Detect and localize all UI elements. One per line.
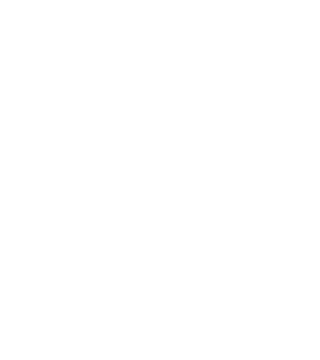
- chess-board[interactable]: [0, 17, 320, 337]
- puzzle-page: [0, 0, 320, 360]
- puzzle-id: [0, 0, 320, 17]
